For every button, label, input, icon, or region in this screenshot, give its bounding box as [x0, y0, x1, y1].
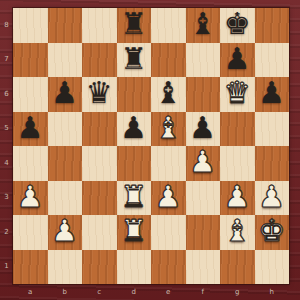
square-e4[interactable]	[151, 146, 186, 181]
square-f8[interactable]: ♝	[186, 8, 221, 43]
square-c7[interactable]	[82, 43, 117, 78]
square-f1[interactable]	[186, 250, 221, 285]
square-a5[interactable]: ♟	[13, 112, 48, 147]
black-pawn-d5[interactable]: ♟	[120, 113, 147, 143]
square-b3[interactable]	[48, 181, 83, 216]
square-g6[interactable]: ♛	[220, 77, 255, 112]
square-g4[interactable]	[220, 146, 255, 181]
square-e6[interactable]: ♝	[151, 77, 186, 112]
square-d5[interactable]: ♟	[117, 112, 152, 147]
square-d3[interactable]: ♜	[117, 181, 152, 216]
square-h4[interactable]	[255, 146, 290, 181]
square-b6[interactable]: ♟	[48, 77, 83, 112]
square-f7[interactable]	[186, 43, 221, 78]
square-a2[interactable]	[13, 215, 48, 250]
square-f4[interactable]: ♟	[186, 146, 221, 181]
square-h2[interactable]: ♚	[255, 215, 290, 250]
square-c2[interactable]	[82, 215, 117, 250]
square-d6[interactable]	[117, 77, 152, 112]
square-f2[interactable]	[186, 215, 221, 250]
square-d1[interactable]	[117, 250, 152, 285]
square-d7[interactable]: ♜	[117, 43, 152, 78]
square-b1[interactable]	[48, 250, 83, 285]
square-a1[interactable]	[13, 250, 48, 285]
square-c1[interactable]	[82, 250, 117, 285]
black-pawn-g7[interactable]: ♟	[224, 44, 251, 74]
square-b7[interactable]	[48, 43, 83, 78]
square-b5[interactable]	[48, 112, 83, 147]
black-pawn-b6[interactable]: ♟	[51, 78, 78, 108]
white-bishop-e5[interactable]: ♝	[155, 113, 182, 143]
square-f6[interactable]	[186, 77, 221, 112]
rank-label-5: 5	[0, 112, 13, 147]
rank-label-7: 7	[0, 43, 13, 78]
white-queen-g6[interactable]: ♛	[224, 78, 251, 108]
white-pawn-e3[interactable]: ♟	[155, 182, 182, 212]
board-frame: ♜♝♚♜♟♟♛♝♛♟♟♟♝♟♟♟♜♟♟♟♟♜♝♚ 87654321 abcdef…	[0, 0, 300, 300]
square-b8[interactable]	[48, 8, 83, 43]
rank-label-1: 1	[0, 250, 13, 285]
white-pawn-f4[interactable]: ♟	[189, 147, 216, 177]
white-rook-d3[interactable]: ♜	[120, 182, 147, 212]
square-c4[interactable]	[82, 146, 117, 181]
black-queen-c6[interactable]: ♛	[86, 78, 113, 108]
black-bishop-e6[interactable]: ♝	[155, 78, 182, 108]
square-a3[interactable]: ♟	[13, 181, 48, 216]
white-king-h2[interactable]: ♚	[258, 216, 285, 246]
black-pawn-a5[interactable]: ♟	[17, 113, 44, 143]
square-c8[interactable]	[82, 8, 117, 43]
black-king-g8[interactable]: ♚	[224, 9, 251, 39]
square-g7[interactable]: ♟	[220, 43, 255, 78]
file-label-d: d	[117, 284, 152, 300]
white-pawn-a3[interactable]: ♟	[17, 182, 44, 212]
black-rook-d7[interactable]: ♜	[120, 44, 147, 74]
chess-board: ♜♝♚♜♟♟♛♝♛♟♟♟♝♟♟♟♜♟♟♟♟♜♝♚	[13, 8, 289, 284]
square-c3[interactable]	[82, 181, 117, 216]
square-g2[interactable]: ♝	[220, 215, 255, 250]
square-a4[interactable]	[13, 146, 48, 181]
square-c5[interactable]	[82, 112, 117, 147]
file-label-f: f	[186, 284, 221, 300]
square-d8[interactable]: ♜	[117, 8, 152, 43]
file-label-e: e	[151, 284, 186, 300]
white-pawn-b2[interactable]: ♟	[51, 216, 78, 246]
white-pawn-g3[interactable]: ♟	[224, 182, 251, 212]
square-e5[interactable]: ♝	[151, 112, 186, 147]
square-b2[interactable]: ♟	[48, 215, 83, 250]
file-label-h: h	[255, 284, 290, 300]
rank-label-4: 4	[0, 146, 13, 181]
white-bishop-g2[interactable]: ♝	[224, 216, 251, 246]
file-labels: abcdefgh	[13, 284, 289, 300]
square-g8[interactable]: ♚	[220, 8, 255, 43]
white-pawn-h3[interactable]: ♟	[258, 182, 285, 212]
square-f5[interactable]: ♟	[186, 112, 221, 147]
square-g3[interactable]: ♟	[220, 181, 255, 216]
square-a6[interactable]	[13, 77, 48, 112]
square-g5[interactable]	[220, 112, 255, 147]
rank-labels: 87654321	[0, 8, 13, 284]
square-e2[interactable]	[151, 215, 186, 250]
file-label-a: a	[13, 284, 48, 300]
rank-label-6: 6	[0, 77, 13, 112]
square-h8[interactable]	[255, 8, 290, 43]
square-h7[interactable]	[255, 43, 290, 78]
black-bishop-f8[interactable]: ♝	[189, 9, 216, 39]
square-h6[interactable]: ♟	[255, 77, 290, 112]
rank-label-8: 8	[0, 8, 13, 43]
square-d2[interactable]: ♜	[117, 215, 152, 250]
square-h1[interactable]	[255, 250, 290, 285]
black-pawn-f5[interactable]: ♟	[189, 113, 216, 143]
black-rook-d8[interactable]: ♜	[120, 9, 147, 39]
file-label-b: b	[48, 284, 83, 300]
square-e1[interactable]	[151, 250, 186, 285]
square-a8[interactable]	[13, 8, 48, 43]
square-c6[interactable]: ♛	[82, 77, 117, 112]
square-f3[interactable]	[186, 181, 221, 216]
square-e8[interactable]	[151, 8, 186, 43]
square-g1[interactable]	[220, 250, 255, 285]
rank-label-3: 3	[0, 181, 13, 216]
black-pawn-h6[interactable]: ♟	[258, 78, 285, 108]
square-b4[interactable]	[48, 146, 83, 181]
square-a7[interactable]	[13, 43, 48, 78]
white-rook-d2[interactable]: ♜	[120, 216, 147, 246]
square-e3[interactable]: ♟	[151, 181, 186, 216]
square-h5[interactable]	[255, 112, 290, 147]
rank-label-2: 2	[0, 215, 13, 250]
square-e7[interactable]	[151, 43, 186, 78]
file-label-g: g	[220, 284, 255, 300]
square-d4[interactable]	[117, 146, 152, 181]
square-h3[interactable]: ♟	[255, 181, 290, 216]
file-label-c: c	[82, 284, 117, 300]
